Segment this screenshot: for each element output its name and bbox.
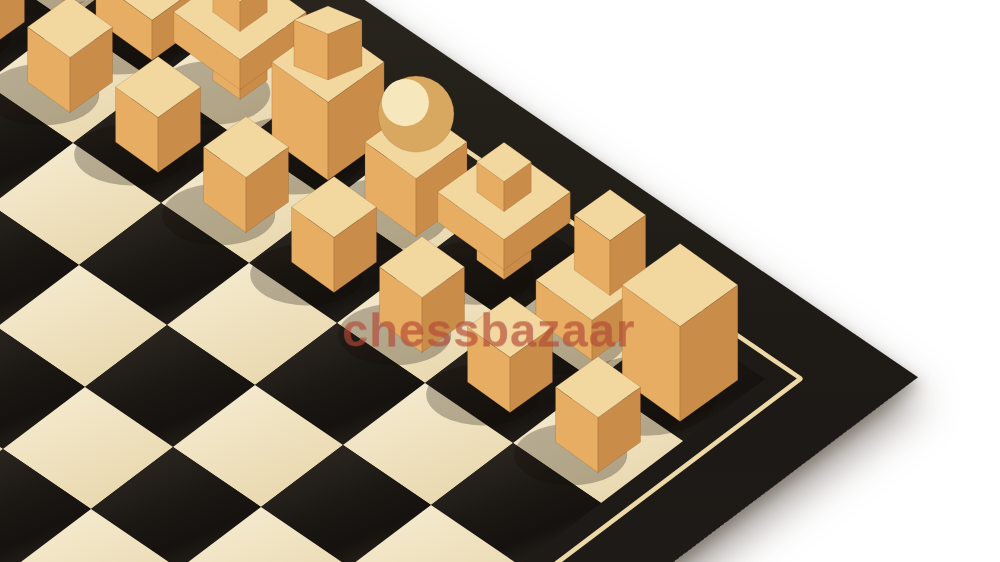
product-photo-stage: chessbazaar [0, 0, 1000, 562]
piece-white-pawn[interactable] [0, 0, 25, 65]
pieces-layer [0, 0, 1000, 562]
watermark-text: chessbazaar [342, 302, 635, 357]
